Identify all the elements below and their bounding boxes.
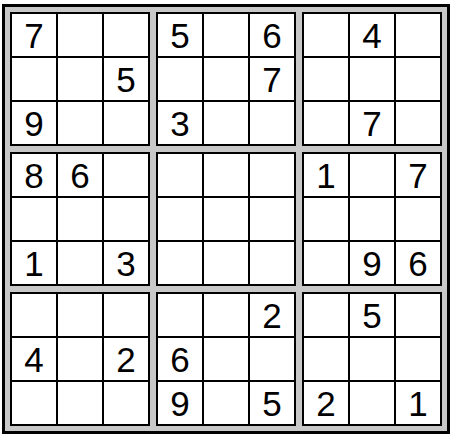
cell-r5c9-empty[interactable] [396,198,440,240]
cell-r5c3-empty[interactable] [104,198,148,240]
cell-r9c4-given[interactable]: 9 [158,382,202,424]
box-r3c2: 2695 [156,292,296,426]
cell-r2c4-empty[interactable] [158,58,202,100]
cell-r3c9-empty[interactable] [396,102,440,144]
cell-r2c2-empty[interactable] [58,58,102,100]
cell-r2c8-empty[interactable] [350,58,394,100]
cell-r7c5-empty[interactable] [204,294,248,336]
cell-r2c3-given[interactable]: 5 [104,58,148,100]
cell-r9c6-given[interactable]: 5 [250,382,294,424]
cell-r2c5-empty[interactable] [204,58,248,100]
cell-r8c4-given[interactable]: 6 [158,338,202,380]
cell-r5c8-empty[interactable] [350,198,394,240]
cell-r7c8-given[interactable]: 5 [350,294,394,336]
box-grid: 75956734786131796422695521 [10,12,442,426]
box-r2c1: 8613 [10,152,150,286]
cell-r8c8-empty[interactable] [350,338,394,380]
cell-r9c1-empty[interactable] [12,382,56,424]
cell-r1c9-empty[interactable] [396,14,440,56]
cell-r1c4-given[interactable]: 5 [158,14,202,56]
cell-r1c8-given[interactable]: 4 [350,14,394,56]
cell-r8c3-given[interactable]: 2 [104,338,148,380]
cell-r1c6-given[interactable]: 6 [250,14,294,56]
cell-r9c9-given[interactable]: 1 [396,382,440,424]
cell-r2c1-empty[interactable] [12,58,56,100]
box-r1c1: 759 [10,12,150,146]
box-r1c2: 5673 [156,12,296,146]
cell-r8c9-empty[interactable] [396,338,440,380]
cell-r1c1-given[interactable]: 7 [12,14,56,56]
cell-r6c4-empty[interactable] [158,242,202,284]
box-r3c3: 521 [302,292,442,426]
cell-r8c6-empty[interactable] [250,338,294,380]
cell-r7c2-empty[interactable] [58,294,102,336]
cell-r8c5-empty[interactable] [204,338,248,380]
cell-r4c7-given[interactable]: 1 [304,154,348,196]
cell-r3c2-empty[interactable] [58,102,102,144]
cell-r8c7-empty[interactable] [304,338,348,380]
cell-r1c3-empty[interactable] [104,14,148,56]
cell-r2c7-empty[interactable] [304,58,348,100]
box-r2c2 [156,152,296,286]
cell-r5c6-empty[interactable] [250,198,294,240]
cell-r7c3-empty[interactable] [104,294,148,336]
cell-r6c6-empty[interactable] [250,242,294,284]
box-r2c3: 1796 [302,152,442,286]
cell-r5c5-empty[interactable] [204,198,248,240]
cell-r6c9-given[interactable]: 6 [396,242,440,284]
cell-r6c7-empty[interactable] [304,242,348,284]
cell-r3c3-empty[interactable] [104,102,148,144]
cell-r6c3-given[interactable]: 3 [104,242,148,284]
cell-r7c6-given[interactable]: 2 [250,294,294,336]
cell-r4c2-given[interactable]: 6 [58,154,102,196]
cell-r4c1-given[interactable]: 8 [12,154,56,196]
cell-r6c2-empty[interactable] [58,242,102,284]
cell-r7c4-empty[interactable] [158,294,202,336]
cell-r5c1-empty[interactable] [12,198,56,240]
box-r1c3: 47 [302,12,442,146]
cell-r9c5-empty[interactable] [204,382,248,424]
cell-r6c5-empty[interactable] [204,242,248,284]
cell-r4c9-given[interactable]: 7 [396,154,440,196]
cell-r9c8-empty[interactable] [350,382,394,424]
cell-r2c9-empty[interactable] [396,58,440,100]
cell-r6c8-given[interactable]: 9 [350,242,394,284]
cell-r9c7-given[interactable]: 2 [304,382,348,424]
cell-r3c4-given[interactable]: 3 [158,102,202,144]
cell-r5c4-empty[interactable] [158,198,202,240]
cell-r3c6-empty[interactable] [250,102,294,144]
cell-r2c6-given[interactable]: 7 [250,58,294,100]
sudoku-board: 75956734786131796422695521 [2,4,450,434]
cell-r3c8-given[interactable]: 7 [350,102,394,144]
cell-r4c3-empty[interactable] [104,154,148,196]
cell-r8c2-empty[interactable] [58,338,102,380]
cell-r1c2-empty[interactable] [58,14,102,56]
cell-r9c3-empty[interactable] [104,382,148,424]
cell-r4c8-empty[interactable] [350,154,394,196]
cell-r3c7-empty[interactable] [304,102,348,144]
cell-r4c6-empty[interactable] [250,154,294,196]
cell-r1c5-empty[interactable] [204,14,248,56]
cell-r6c1-given[interactable]: 1 [12,242,56,284]
cell-r1c7-empty[interactable] [304,14,348,56]
cell-r7c1-empty[interactable] [12,294,56,336]
cell-r4c4-empty[interactable] [158,154,202,196]
cell-r7c9-empty[interactable] [396,294,440,336]
cell-r4c5-empty[interactable] [204,154,248,196]
cell-r3c5-empty[interactable] [204,102,248,144]
cell-r5c2-empty[interactable] [58,198,102,240]
cell-r9c2-empty[interactable] [58,382,102,424]
cell-r3c1-given[interactable]: 9 [12,102,56,144]
cell-r8c1-given[interactable]: 4 [12,338,56,380]
cell-r7c7-empty[interactable] [304,294,348,336]
box-r3c1: 42 [10,292,150,426]
cell-r5c7-empty[interactable] [304,198,348,240]
